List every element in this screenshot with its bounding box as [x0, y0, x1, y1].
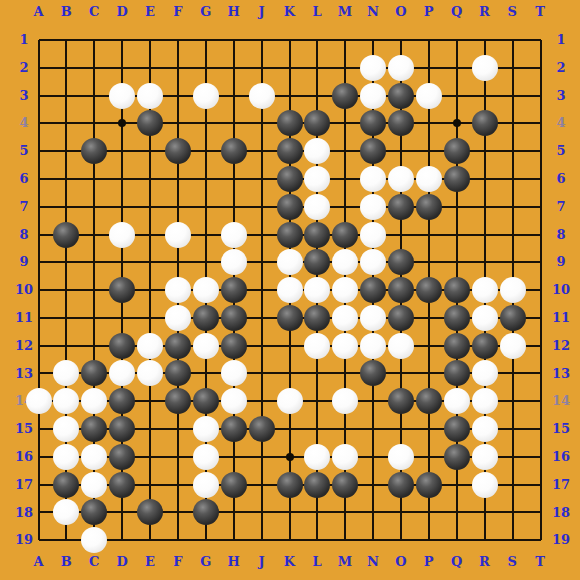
point-K4[interactable]	[276, 109, 304, 137]
point-H13[interactable]	[220, 360, 248, 388]
point-G17[interactable]	[192, 471, 220, 499]
point-Q7[interactable]	[443, 193, 471, 221]
point-E18[interactable]	[136, 499, 164, 527]
point-P12[interactable]	[415, 332, 443, 360]
point-S16[interactable]	[499, 443, 527, 471]
point-F11[interactable]	[164, 304, 192, 332]
point-E5[interactable]	[136, 137, 164, 165]
point-D7[interactable]	[108, 193, 136, 221]
point-K7[interactable]	[276, 193, 304, 221]
point-O11[interactable]	[387, 304, 415, 332]
point-Q19[interactable]	[443, 526, 471, 554]
point-H11[interactable]	[220, 304, 248, 332]
point-C4[interactable]	[80, 109, 108, 137]
point-H1[interactable]	[220, 26, 248, 54]
point-G3[interactable]	[192, 82, 220, 110]
point-H12[interactable]	[220, 332, 248, 360]
point-J16[interactable]	[248, 443, 276, 471]
point-J4[interactable]	[248, 109, 276, 137]
point-N4[interactable]	[359, 109, 387, 137]
point-C2[interactable]	[80, 54, 108, 82]
point-O18[interactable]	[387, 499, 415, 527]
point-P17[interactable]	[415, 471, 443, 499]
point-E3[interactable]	[136, 82, 164, 110]
point-G14[interactable]	[192, 387, 220, 415]
point-S17[interactable]	[499, 471, 527, 499]
point-N2[interactable]	[359, 54, 387, 82]
point-J5[interactable]	[248, 137, 276, 165]
point-J3[interactable]	[248, 82, 276, 110]
point-K18[interactable]	[276, 499, 304, 527]
point-E8[interactable]	[136, 221, 164, 249]
point-D12[interactable]	[108, 332, 136, 360]
point-C7[interactable]	[80, 193, 108, 221]
point-P14[interactable]	[415, 387, 443, 415]
point-K14[interactable]	[276, 387, 304, 415]
point-M3[interactable]	[331, 82, 359, 110]
point-Q5[interactable]	[443, 137, 471, 165]
point-R10[interactable]	[471, 276, 499, 304]
point-C1[interactable]	[80, 26, 108, 54]
point-Q14[interactable]	[443, 387, 471, 415]
point-M15[interactable]	[331, 415, 359, 443]
point-L15[interactable]	[304, 415, 332, 443]
point-Q13[interactable]	[443, 360, 471, 388]
point-G8[interactable]	[192, 221, 220, 249]
point-E12[interactable]	[136, 332, 164, 360]
point-E10[interactable]	[136, 276, 164, 304]
point-J6[interactable]	[248, 165, 276, 193]
point-G1[interactable]	[192, 26, 220, 54]
point-H10[interactable]	[220, 276, 248, 304]
point-P16[interactable]	[415, 443, 443, 471]
point-L3[interactable]	[304, 82, 332, 110]
point-K2[interactable]	[276, 54, 304, 82]
point-J9[interactable]	[248, 248, 276, 276]
point-H3[interactable]	[220, 82, 248, 110]
point-O16[interactable]	[387, 443, 415, 471]
point-L4[interactable]	[304, 109, 332, 137]
point-B18[interactable]	[52, 499, 80, 527]
point-R8[interactable]	[471, 221, 499, 249]
point-O3[interactable]	[387, 82, 415, 110]
point-B6[interactable]	[52, 165, 80, 193]
point-P19[interactable]	[415, 526, 443, 554]
point-M6[interactable]	[331, 165, 359, 193]
point-B13[interactable]	[52, 360, 80, 388]
point-H6[interactable]	[220, 165, 248, 193]
point-K10[interactable]	[276, 276, 304, 304]
point-S12[interactable]	[499, 332, 527, 360]
point-B9[interactable]	[52, 248, 80, 276]
point-M12[interactable]	[331, 332, 359, 360]
point-L7[interactable]	[304, 193, 332, 221]
point-D16[interactable]	[108, 443, 136, 471]
point-N3[interactable]	[359, 82, 387, 110]
point-P13[interactable]	[415, 360, 443, 388]
point-Q15[interactable]	[443, 415, 471, 443]
point-H5[interactable]	[220, 137, 248, 165]
point-E15[interactable]	[136, 415, 164, 443]
point-L18[interactable]	[304, 499, 332, 527]
point-P1[interactable]	[415, 26, 443, 54]
point-R2[interactable]	[471, 54, 499, 82]
point-E9[interactable]	[136, 248, 164, 276]
point-S3[interactable]	[499, 82, 527, 110]
point-D1[interactable]	[108, 26, 136, 54]
point-K17[interactable]	[276, 471, 304, 499]
point-S4[interactable]	[499, 109, 527, 137]
point-J12[interactable]	[248, 332, 276, 360]
point-P2[interactable]	[415, 54, 443, 82]
point-L16[interactable]	[304, 443, 332, 471]
point-H2[interactable]	[220, 54, 248, 82]
point-R17[interactable]	[471, 471, 499, 499]
point-N18[interactable]	[359, 499, 387, 527]
point-P5[interactable]	[415, 137, 443, 165]
point-D6[interactable]	[108, 165, 136, 193]
point-R19[interactable]	[471, 526, 499, 554]
point-M17[interactable]	[331, 471, 359, 499]
point-D14[interactable]	[108, 387, 136, 415]
point-N6[interactable]	[359, 165, 387, 193]
point-K9[interactable]	[276, 248, 304, 276]
point-B15[interactable]	[52, 415, 80, 443]
point-F9[interactable]	[164, 248, 192, 276]
point-Q9[interactable]	[443, 248, 471, 276]
point-L9[interactable]	[304, 248, 332, 276]
point-B4[interactable]	[52, 109, 80, 137]
point-E17[interactable]	[136, 471, 164, 499]
point-C19[interactable]	[80, 526, 108, 554]
point-F12[interactable]	[164, 332, 192, 360]
point-G19[interactable]	[192, 526, 220, 554]
point-O7[interactable]	[387, 193, 415, 221]
point-S15[interactable]	[499, 415, 527, 443]
point-B5[interactable]	[52, 137, 80, 165]
point-G5[interactable]	[192, 137, 220, 165]
point-N19[interactable]	[359, 526, 387, 554]
point-G15[interactable]	[192, 415, 220, 443]
point-B16[interactable]	[52, 443, 80, 471]
point-M7[interactable]	[331, 193, 359, 221]
point-L8[interactable]	[304, 221, 332, 249]
point-Q16[interactable]	[443, 443, 471, 471]
point-R1[interactable]	[471, 26, 499, 54]
point-P6[interactable]	[415, 165, 443, 193]
point-K13[interactable]	[276, 360, 304, 388]
point-G13[interactable]	[192, 360, 220, 388]
point-R7[interactable]	[471, 193, 499, 221]
point-J18[interactable]	[248, 499, 276, 527]
point-H16[interactable]	[220, 443, 248, 471]
point-D9[interactable]	[108, 248, 136, 276]
point-M18[interactable]	[331, 499, 359, 527]
point-R15[interactable]	[471, 415, 499, 443]
point-S9[interactable]	[499, 248, 527, 276]
point-D17[interactable]	[108, 471, 136, 499]
point-Q10[interactable]	[443, 276, 471, 304]
point-H17[interactable]	[220, 471, 248, 499]
point-Q2[interactable]	[443, 54, 471, 82]
point-E14[interactable]	[136, 387, 164, 415]
point-L10[interactable]	[304, 276, 332, 304]
point-C13[interactable]	[80, 360, 108, 388]
point-J11[interactable]	[248, 304, 276, 332]
point-H19[interactable]	[220, 526, 248, 554]
point-E2[interactable]	[136, 54, 164, 82]
point-B14[interactable]	[52, 387, 80, 415]
point-Q11[interactable]	[443, 304, 471, 332]
point-J10[interactable]	[248, 276, 276, 304]
point-E1[interactable]	[136, 26, 164, 54]
point-L14[interactable]	[304, 387, 332, 415]
point-F18[interactable]	[164, 499, 192, 527]
point-F16[interactable]	[164, 443, 192, 471]
point-R18[interactable]	[471, 499, 499, 527]
point-P9[interactable]	[415, 248, 443, 276]
point-B10[interactable]	[52, 276, 80, 304]
point-O2[interactable]	[387, 54, 415, 82]
point-C8[interactable]	[80, 221, 108, 249]
point-K12[interactable]	[276, 332, 304, 360]
point-S18[interactable]	[499, 499, 527, 527]
point-E11[interactable]	[136, 304, 164, 332]
point-M5[interactable]	[331, 137, 359, 165]
point-Q18[interactable]	[443, 499, 471, 527]
point-F17[interactable]	[164, 471, 192, 499]
point-G6[interactable]	[192, 165, 220, 193]
point-H18[interactable]	[220, 499, 248, 527]
point-D19[interactable]	[108, 526, 136, 554]
point-F1[interactable]	[164, 26, 192, 54]
point-D3[interactable]	[108, 82, 136, 110]
point-G12[interactable]	[192, 332, 220, 360]
point-G9[interactable]	[192, 248, 220, 276]
point-C3[interactable]	[80, 82, 108, 110]
point-P8[interactable]	[415, 221, 443, 249]
point-O13[interactable]	[387, 360, 415, 388]
point-R12[interactable]	[471, 332, 499, 360]
point-J13[interactable]	[248, 360, 276, 388]
point-P3[interactable]	[415, 82, 443, 110]
point-G7[interactable]	[192, 193, 220, 221]
point-J2[interactable]	[248, 54, 276, 82]
point-P4[interactable]	[415, 109, 443, 137]
point-P11[interactable]	[415, 304, 443, 332]
point-L6[interactable]	[304, 165, 332, 193]
point-R5[interactable]	[471, 137, 499, 165]
point-L19[interactable]	[304, 526, 332, 554]
point-O4[interactable]	[387, 109, 415, 137]
point-R11[interactable]	[471, 304, 499, 332]
point-H8[interactable]	[220, 221, 248, 249]
point-F3[interactable]	[164, 82, 192, 110]
point-M11[interactable]	[331, 304, 359, 332]
point-O12[interactable]	[387, 332, 415, 360]
point-O1[interactable]	[387, 26, 415, 54]
point-E4[interactable]	[136, 109, 164, 137]
point-J19[interactable]	[248, 526, 276, 554]
point-R6[interactable]	[471, 165, 499, 193]
point-S1[interactable]	[499, 26, 527, 54]
point-H15[interactable]	[220, 415, 248, 443]
point-B19[interactable]	[52, 526, 80, 554]
point-K5[interactable]	[276, 137, 304, 165]
point-Q17[interactable]	[443, 471, 471, 499]
point-L5[interactable]	[304, 137, 332, 165]
point-O10[interactable]	[387, 276, 415, 304]
point-L11[interactable]	[304, 304, 332, 332]
point-D5[interactable]	[108, 137, 136, 165]
point-C12[interactable]	[80, 332, 108, 360]
point-N12[interactable]	[359, 332, 387, 360]
point-B7[interactable]	[52, 193, 80, 221]
point-G18[interactable]	[192, 499, 220, 527]
point-J15[interactable]	[248, 415, 276, 443]
point-E16[interactable]	[136, 443, 164, 471]
point-C16[interactable]	[80, 443, 108, 471]
point-L2[interactable]	[304, 54, 332, 82]
point-O17[interactable]	[387, 471, 415, 499]
point-S7[interactable]	[499, 193, 527, 221]
point-B2[interactable]	[52, 54, 80, 82]
point-Q12[interactable]	[443, 332, 471, 360]
point-Q1[interactable]	[443, 26, 471, 54]
point-P7[interactable]	[415, 193, 443, 221]
point-M19[interactable]	[331, 526, 359, 554]
point-P10[interactable]	[415, 276, 443, 304]
point-F14[interactable]	[164, 387, 192, 415]
point-D8[interactable]	[108, 221, 136, 249]
point-E7[interactable]	[136, 193, 164, 221]
point-P15[interactable]	[415, 415, 443, 443]
point-O8[interactable]	[387, 221, 415, 249]
point-N15[interactable]	[359, 415, 387, 443]
point-D15[interactable]	[108, 415, 136, 443]
point-S5[interactable]	[499, 137, 527, 165]
point-R3[interactable]	[471, 82, 499, 110]
point-E6[interactable]	[136, 165, 164, 193]
point-F2[interactable]	[164, 54, 192, 82]
point-Q6[interactable]	[443, 165, 471, 193]
point-C10[interactable]	[80, 276, 108, 304]
point-E13[interactable]	[136, 360, 164, 388]
point-S8[interactable]	[499, 221, 527, 249]
point-B1[interactable]	[52, 26, 80, 54]
point-N16[interactable]	[359, 443, 387, 471]
point-K1[interactable]	[276, 26, 304, 54]
point-O19[interactable]	[387, 526, 415, 554]
point-S6[interactable]	[499, 165, 527, 193]
point-H4[interactable]	[220, 109, 248, 137]
point-O6[interactable]	[387, 165, 415, 193]
point-O5[interactable]	[387, 137, 415, 165]
point-D18[interactable]	[108, 499, 136, 527]
point-S11[interactable]	[499, 304, 527, 332]
point-H14[interactable]	[220, 387, 248, 415]
point-C9[interactable]	[80, 248, 108, 276]
point-O9[interactable]	[387, 248, 415, 276]
point-N14[interactable]	[359, 387, 387, 415]
point-R16[interactable]	[471, 443, 499, 471]
point-S14[interactable]	[499, 387, 527, 415]
point-S13[interactable]	[499, 360, 527, 388]
point-M4[interactable]	[331, 109, 359, 137]
point-C14[interactable]	[80, 387, 108, 415]
point-J1[interactable]	[248, 26, 276, 54]
point-C15[interactable]	[80, 415, 108, 443]
point-F10[interactable]	[164, 276, 192, 304]
point-B12[interactable]	[52, 332, 80, 360]
point-K15[interactable]	[276, 415, 304, 443]
point-B11[interactable]	[52, 304, 80, 332]
point-K11[interactable]	[276, 304, 304, 332]
point-G11[interactable]	[192, 304, 220, 332]
point-H7[interactable]	[220, 193, 248, 221]
point-N17[interactable]	[359, 471, 387, 499]
point-G10[interactable]	[192, 276, 220, 304]
point-C17[interactable]	[80, 471, 108, 499]
point-O14[interactable]	[387, 387, 415, 415]
point-S2[interactable]	[499, 54, 527, 82]
point-C5[interactable]	[80, 137, 108, 165]
point-J7[interactable]	[248, 193, 276, 221]
point-M10[interactable]	[331, 276, 359, 304]
point-N13[interactable]	[359, 360, 387, 388]
point-B3[interactable]	[52, 82, 80, 110]
point-M2[interactable]	[331, 54, 359, 82]
point-M16[interactable]	[331, 443, 359, 471]
point-F19[interactable]	[164, 526, 192, 554]
point-K3[interactable]	[276, 82, 304, 110]
point-F5[interactable]	[164, 137, 192, 165]
point-N11[interactable]	[359, 304, 387, 332]
point-H9[interactable]	[220, 248, 248, 276]
point-F4[interactable]	[164, 109, 192, 137]
point-G16[interactable]	[192, 443, 220, 471]
point-N7[interactable]	[359, 193, 387, 221]
point-A14[interactable]	[25, 387, 53, 415]
point-D11[interactable]	[108, 304, 136, 332]
point-Q4[interactable]	[443, 109, 471, 137]
point-O15[interactable]	[387, 415, 415, 443]
point-J17[interactable]	[248, 471, 276, 499]
point-F13[interactable]	[164, 360, 192, 388]
point-K16[interactable]	[276, 443, 304, 471]
point-J8[interactable]	[248, 221, 276, 249]
point-L12[interactable]	[304, 332, 332, 360]
point-F15[interactable]	[164, 415, 192, 443]
point-F6[interactable]	[164, 165, 192, 193]
point-Q8[interactable]	[443, 221, 471, 249]
point-M13[interactable]	[331, 360, 359, 388]
point-R9[interactable]	[471, 248, 499, 276]
point-J14[interactable]	[248, 387, 276, 415]
point-M1[interactable]	[331, 26, 359, 54]
point-C11[interactable]	[80, 304, 108, 332]
point-K8[interactable]	[276, 221, 304, 249]
point-L13[interactable]	[304, 360, 332, 388]
point-R13[interactable]	[471, 360, 499, 388]
point-Q3[interactable]	[443, 82, 471, 110]
point-E19[interactable]	[136, 526, 164, 554]
point-R14[interactable]	[471, 387, 499, 415]
point-N10[interactable]	[359, 276, 387, 304]
point-L17[interactable]	[304, 471, 332, 499]
point-G2[interactable]	[192, 54, 220, 82]
point-P18[interactable]	[415, 499, 443, 527]
